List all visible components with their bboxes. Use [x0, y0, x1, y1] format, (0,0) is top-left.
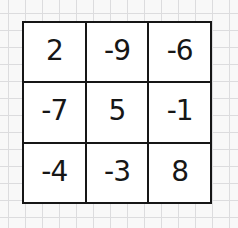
cell-r3c3: 8	[149, 144, 210, 202]
cell-r3c2: -3	[87, 144, 148, 202]
graph-paper-background: 2 -9 -6 -7 5 -1 -4 -3 8	[0, 0, 238, 228]
cell-r1c1: 2	[24, 23, 85, 81]
number-grid-board: 2 -9 -6 -7 5 -1 -4 -3 8	[22, 21, 212, 204]
cell-r2c2: 5	[87, 83, 148, 141]
cell-r3c1: -4	[24, 144, 85, 202]
cell-r1c3: -6	[149, 23, 210, 81]
cell-r1c2: -9	[87, 23, 148, 81]
cell-r2c1: -7	[24, 83, 85, 141]
cell-r2c3: -1	[149, 83, 210, 141]
